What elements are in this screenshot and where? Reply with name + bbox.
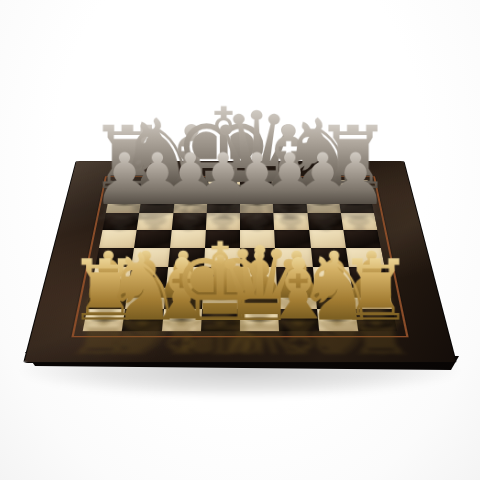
piece-contact-shadow <box>166 317 197 323</box>
chess-piece-glyph-reflection: ♜ <box>12 318 187 354</box>
chess-piece-glyph-reflection: ♜ <box>293 318 468 354</box>
piece-contact-shadow <box>178 186 204 190</box>
piece-contact-shadow <box>92 295 123 301</box>
piece-reflection: ♟ <box>254 296 422 330</box>
chess-piece-glyph-reflection: ♞ <box>53 318 226 354</box>
reflections-layer: ♜♞♝♚♛♝♞♜♟♟♟♟♟♟♟♟♟♟♟♟♟♟♟♟♜♞♝♚♛♝♞♜ <box>24 161 455 362</box>
chess-piece-glyph-reflection: ♞ <box>254 318 427 354</box>
chess-piece-glyph-reflection: ♟ <box>137 296 304 330</box>
piece-contact-shadow <box>321 317 353 323</box>
piece-contact-shadow <box>281 295 311 301</box>
piece-contact-shadow <box>177 202 204 207</box>
piece-contact-shadow <box>276 186 302 190</box>
piece-contact-shadow <box>210 202 236 207</box>
piece-contact-shadow <box>309 202 336 207</box>
chess-piece-glyph-reflection: ♛ <box>174 318 346 354</box>
chess-piece-glyph-reflection: ♝ <box>93 318 265 354</box>
piece-contact-shadow <box>244 317 275 323</box>
piece-reflection: ♟ <box>19 296 188 330</box>
piece-contact-shadow <box>319 295 350 301</box>
piece-contact-shadow <box>340 186 366 190</box>
piece-contact-shadow <box>211 186 237 190</box>
chess-piece-glyph-reflection: ♟ <box>19 296 188 330</box>
piece-reflection: ♞ <box>53 318 226 354</box>
piece-reflection: ♟ <box>292 296 461 330</box>
piece-reflection: ♟ <box>137 296 304 330</box>
piece-contact-shadow <box>244 295 274 301</box>
piece-reflection: ♞ <box>254 318 427 354</box>
piece-reflection: ♟ <box>176 296 343 330</box>
piece-contact-shadow <box>342 202 369 207</box>
chess-set-photo: ♜♞♝♚♛♝♞♜♟♟♟♟♟♟♟♟♟♟♟♟♟♟♟♟♜♞♝♚♛♝♞♜ ♜♞♝♚♛♝♞… <box>0 0 480 480</box>
piece-reflection: ♜ <box>293 318 468 354</box>
piece-contact-shadow <box>283 317 314 323</box>
piece-contact-shadow <box>205 317 236 323</box>
piece-contact-shadow <box>127 317 159 323</box>
board-slab: ♜♞♝♚♛♝♞♜♟♟♟♟♟♟♟♟♟♟♟♟♟♟♟♟♜♞♝♚♛♝♞♜ ♜♞♝♚♛♝♞… <box>24 161 455 362</box>
piece-contact-shadow <box>360 317 392 323</box>
piece-reflection: ♟ <box>58 296 226 330</box>
piece-contact-shadow <box>357 295 388 301</box>
chess-piece-glyph-reflection: ♝ <box>215 318 387 354</box>
chess-piece-glyph-reflection: ♟ <box>176 296 343 330</box>
piece-contact-shadow <box>168 295 198 301</box>
piece-contact-shadow <box>276 202 303 207</box>
chess-piece-glyph-reflection: ♟ <box>215 296 382 330</box>
piece-contact-shadow <box>146 186 172 190</box>
piece-contact-shadow <box>130 295 161 301</box>
piece-contact-shadow <box>243 186 269 190</box>
piece-contact-shadow <box>111 202 138 207</box>
piece-contact-shadow <box>206 295 236 301</box>
piece-reflection: ♟ <box>215 296 382 330</box>
chess-piece-glyph-reflection: ♟ <box>98 296 265 330</box>
chess-piece-glyph-reflection: ♟ <box>292 296 461 330</box>
piece-reflection: ♟ <box>98 296 265 330</box>
piece-contact-shadow <box>114 186 140 190</box>
piece-contact-shadow <box>308 186 334 190</box>
piece-reflection: ♛ <box>174 318 346 354</box>
piece-reflection: ♝ <box>93 318 265 354</box>
chess-piece-glyph-reflection: ♟ <box>58 296 226 330</box>
piece-reflection: ♚ <box>134 318 306 354</box>
piece-reflection: ♝ <box>215 318 387 354</box>
chess-piece-glyph-reflection: ♟ <box>254 296 422 330</box>
piece-contact-shadow <box>144 202 171 207</box>
piece-contact-shadow <box>88 317 120 323</box>
piece-reflection: ♜ <box>12 318 187 354</box>
piece-contact-shadow <box>243 202 269 207</box>
chess-piece-glyph-reflection: ♚ <box>134 318 306 354</box>
